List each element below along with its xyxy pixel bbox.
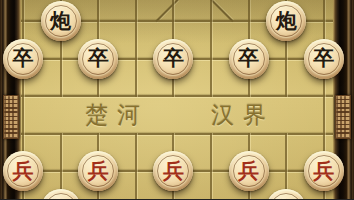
- piece-black-soldier[interactable]: 卒: [153, 39, 193, 79]
- piece-glyph: 炮: [50, 10, 71, 31]
- piece-red-soldier[interactable]: 兵: [153, 151, 193, 191]
- piece-red-soldier[interactable]: 兵: [304, 151, 344, 191]
- piece-red-cannon[interactable]: 炮: [41, 189, 81, 199]
- piece-black-soldier[interactable]: 卒: [78, 39, 118, 79]
- piece-glyph: 卒: [13, 47, 34, 68]
- piece-red-soldier[interactable]: 兵: [78, 151, 118, 191]
- piece-glyph: 炮: [276, 10, 297, 31]
- piece-black-cannon[interactable]: 炮: [41, 1, 81, 41]
- pieces-layer: 炮炮卒卒卒卒卒兵兵兵兵兵炮炮: [0, 0, 354, 199]
- piece-glyph: 兵: [13, 160, 34, 181]
- piece-black-soldier[interactable]: 卒: [304, 39, 344, 79]
- xiangqi-board-screen: 楚河 汉界 炮炮卒卒卒卒卒兵兵兵兵兵炮炮: [0, 0, 354, 199]
- piece-glyph: 炮: [276, 198, 297, 200]
- piece-glyph: 卒: [88, 47, 109, 68]
- piece-glyph: 卒: [163, 47, 184, 68]
- piece-glyph: 炮: [50, 198, 71, 200]
- piece-glyph: 兵: [88, 160, 109, 181]
- piece-red-soldier[interactable]: 兵: [3, 151, 43, 191]
- piece-glyph: 兵: [313, 160, 334, 181]
- piece-glyph: 卒: [238, 47, 259, 68]
- piece-black-soldier[interactable]: 卒: [229, 39, 269, 79]
- piece-glyph: 兵: [238, 160, 259, 181]
- piece-black-soldier[interactable]: 卒: [3, 39, 43, 79]
- piece-glyph: 兵: [163, 160, 184, 181]
- piece-black-cannon[interactable]: 炮: [266, 1, 306, 41]
- piece-red-cannon[interactable]: 炮: [266, 189, 306, 199]
- piece-glyph: 卒: [313, 47, 334, 68]
- piece-red-soldier[interactable]: 兵: [229, 151, 269, 191]
